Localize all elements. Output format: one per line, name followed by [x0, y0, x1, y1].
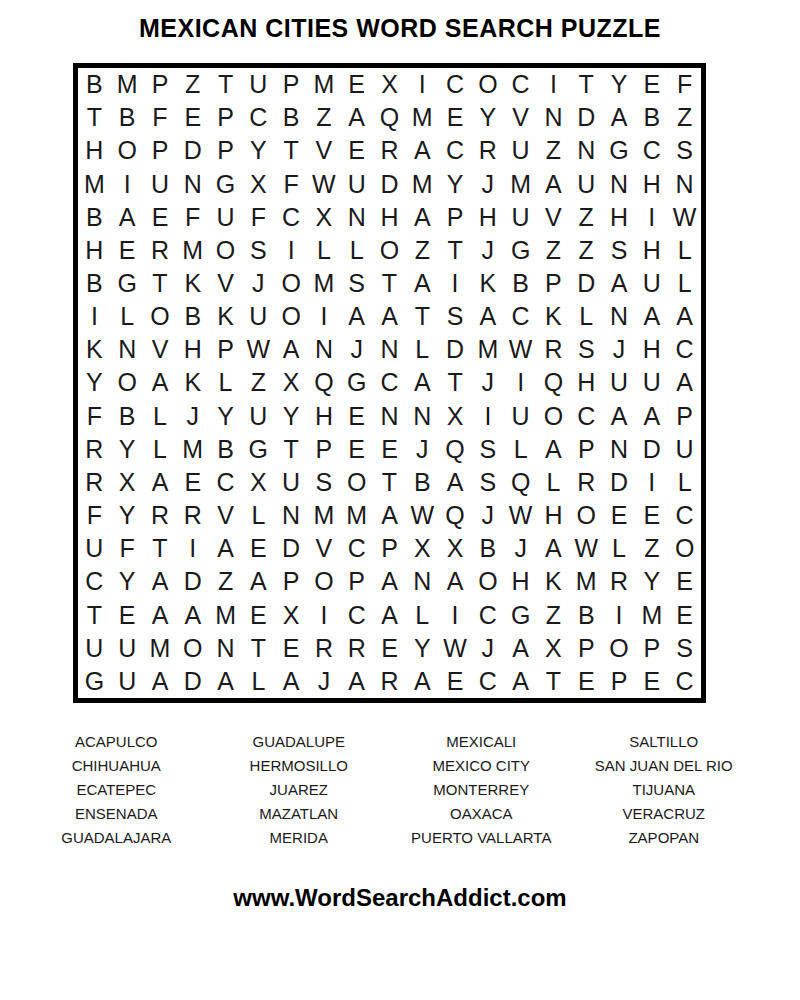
- grid-cell[interactable]: S: [439, 300, 472, 333]
- grid-cell[interactable]: T: [275, 433, 308, 466]
- grid-cell[interactable]: L: [668, 267, 701, 300]
- grid-cell[interactable]: A: [603, 400, 636, 433]
- grid-cell[interactable]: X: [275, 599, 308, 632]
- grid-cell[interactable]: U: [144, 167, 177, 200]
- grid-cell[interactable]: H: [176, 333, 209, 366]
- grid-cell[interactable]: K: [78, 333, 111, 366]
- grid-cell[interactable]: A: [635, 400, 668, 433]
- grid-cell[interactable]: M: [406, 167, 439, 200]
- grid-cell[interactable]: A: [504, 665, 537, 698]
- grid-cell[interactable]: E: [144, 201, 177, 234]
- grid-cell[interactable]: N: [275, 499, 308, 532]
- grid-cell[interactable]: G: [242, 433, 275, 466]
- grid-cell[interactable]: I: [635, 201, 668, 234]
- grid-cell[interactable]: S: [471, 433, 504, 466]
- grid-cell[interactable]: C: [340, 599, 373, 632]
- grid-cell[interactable]: P: [209, 101, 242, 134]
- grid-cell[interactable]: V: [209, 267, 242, 300]
- grid-cell[interactable]: N: [373, 333, 406, 366]
- grid-cell[interactable]: A: [406, 201, 439, 234]
- grid-cell[interactable]: A: [144, 665, 177, 698]
- grid-cell[interactable]: T: [406, 300, 439, 333]
- grid-cell[interactable]: I: [603, 599, 636, 632]
- grid-cell[interactable]: L: [603, 532, 636, 565]
- grid-cell[interactable]: H: [373, 201, 406, 234]
- grid-cell[interactable]: N: [373, 400, 406, 433]
- grid-cell[interactable]: A: [275, 665, 308, 698]
- grid-cell[interactable]: A: [176, 599, 209, 632]
- grid-cell[interactable]: X: [111, 466, 144, 499]
- grid-cell[interactable]: B: [111, 400, 144, 433]
- grid-cell[interactable]: R: [537, 333, 570, 366]
- grid-cell[interactable]: A: [340, 101, 373, 134]
- grid-cell[interactable]: D: [603, 466, 636, 499]
- grid-cell[interactable]: E: [439, 665, 472, 698]
- grid-cell[interactable]: F: [78, 499, 111, 532]
- grid-cell[interactable]: S: [340, 267, 373, 300]
- grid-cell[interactable]: R: [308, 632, 341, 665]
- grid-cell[interactable]: R: [373, 134, 406, 167]
- grid-cell[interactable]: H: [78, 134, 111, 167]
- grid-cell[interactable]: R: [373, 665, 406, 698]
- grid-cell[interactable]: J: [471, 499, 504, 532]
- grid-cell[interactable]: N: [603, 167, 636, 200]
- grid-cell[interactable]: Z: [570, 201, 603, 234]
- grid-cell[interactable]: N: [570, 134, 603, 167]
- grid-cell[interactable]: M: [176, 234, 209, 267]
- grid-cell[interactable]: X: [242, 466, 275, 499]
- grid-cell[interactable]: E: [603, 499, 636, 532]
- grid-cell[interactable]: E: [373, 433, 406, 466]
- grid-cell[interactable]: R: [144, 499, 177, 532]
- grid-cell[interactable]: X: [439, 532, 472, 565]
- grid-cell[interactable]: M: [504, 167, 537, 200]
- grid-cell[interactable]: J: [471, 632, 504, 665]
- grid-cell[interactable]: P: [373, 532, 406, 565]
- grid-cell[interactable]: O: [308, 565, 341, 598]
- grid-cell[interactable]: J: [603, 333, 636, 366]
- grid-cell[interactable]: A: [340, 665, 373, 698]
- grid-cell[interactable]: A: [144, 565, 177, 598]
- grid-cell[interactable]: B: [635, 101, 668, 134]
- grid-cell[interactable]: G: [504, 234, 537, 267]
- grid-cell[interactable]: E: [635, 499, 668, 532]
- grid-cell[interactable]: P: [209, 134, 242, 167]
- grid-cell[interactable]: Z: [209, 565, 242, 598]
- grid-cell[interactable]: I: [78, 300, 111, 333]
- grid-cell[interactable]: D: [275, 532, 308, 565]
- grid-cell[interactable]: A: [603, 101, 636, 134]
- grid-cell[interactable]: N: [209, 632, 242, 665]
- grid-cell[interactable]: A: [537, 167, 570, 200]
- grid-cell[interactable]: M: [209, 599, 242, 632]
- grid-cell[interactable]: R: [144, 234, 177, 267]
- grid-cell[interactable]: E: [242, 532, 275, 565]
- grid-cell[interactable]: A: [373, 499, 406, 532]
- grid-cell[interactable]: A: [373, 565, 406, 598]
- grid-cell[interactable]: R: [340, 632, 373, 665]
- grid-cell[interactable]: A: [471, 300, 504, 333]
- grid-cell[interactable]: A: [504, 632, 537, 665]
- grid-cell[interactable]: Z: [537, 234, 570, 267]
- grid-cell[interactable]: B: [209, 433, 242, 466]
- grid-cell[interactable]: C: [78, 565, 111, 598]
- grid-cell[interactable]: U: [275, 466, 308, 499]
- grid-cell[interactable]: C: [242, 101, 275, 134]
- grid-cell[interactable]: M: [176, 433, 209, 466]
- grid-cell[interactable]: E: [275, 632, 308, 665]
- grid-cell[interactable]: K: [176, 366, 209, 399]
- grid-cell[interactable]: I: [308, 599, 341, 632]
- grid-cell[interactable]: H: [537, 499, 570, 532]
- grid-cell[interactable]: C: [209, 466, 242, 499]
- grid-cell[interactable]: E: [439, 101, 472, 134]
- grid-cell[interactable]: O: [570, 499, 603, 532]
- grid-cell[interactable]: Y: [439, 167, 472, 200]
- grid-cell[interactable]: J: [308, 665, 341, 698]
- grid-cell[interactable]: P: [275, 68, 308, 101]
- grid-cell[interactable]: A: [668, 366, 701, 399]
- grid-cell[interactable]: C: [668, 333, 701, 366]
- grid-cell[interactable]: N: [668, 167, 701, 200]
- grid-cell[interactable]: P: [668, 400, 701, 433]
- grid-cell[interactable]: H: [471, 201, 504, 234]
- grid-cell[interactable]: V: [144, 333, 177, 366]
- grid-cell[interactable]: X: [242, 167, 275, 200]
- grid-cell[interactable]: E: [570, 665, 603, 698]
- grid-cell[interactable]: B: [504, 267, 537, 300]
- grid-cell[interactable]: D: [373, 167, 406, 200]
- grid-cell[interactable]: E: [668, 599, 701, 632]
- grid-cell[interactable]: S: [668, 134, 701, 167]
- grid-cell[interactable]: C: [471, 599, 504, 632]
- grid-cell[interactable]: A: [439, 466, 472, 499]
- grid-cell[interactable]: D: [635, 433, 668, 466]
- grid-cell[interactable]: P: [308, 433, 341, 466]
- grid-cell[interactable]: U: [635, 267, 668, 300]
- grid-cell[interactable]: E: [176, 101, 209, 134]
- grid-cell[interactable]: E: [340, 134, 373, 167]
- grid-cell[interactable]: M: [308, 68, 341, 101]
- grid-cell[interactable]: X: [537, 632, 570, 665]
- grid-cell[interactable]: I: [308, 300, 341, 333]
- grid-cell[interactable]: A: [406, 134, 439, 167]
- grid-cell[interactable]: P: [340, 565, 373, 598]
- grid-cell[interactable]: H: [635, 333, 668, 366]
- grid-cell[interactable]: L: [668, 234, 701, 267]
- grid-cell[interactable]: N: [406, 400, 439, 433]
- grid-cell[interactable]: T: [78, 599, 111, 632]
- grid-cell[interactable]: C: [373, 366, 406, 399]
- grid-cell[interactable]: H: [504, 565, 537, 598]
- grid-cell[interactable]: Y: [471, 101, 504, 134]
- grid-cell[interactable]: E: [176, 466, 209, 499]
- grid-cell[interactable]: V: [209, 499, 242, 532]
- grid-cell[interactable]: J: [504, 532, 537, 565]
- grid-cell[interactable]: U: [78, 632, 111, 665]
- grid-cell[interactable]: B: [78, 267, 111, 300]
- grid-cell[interactable]: Y: [406, 632, 439, 665]
- grid-cell[interactable]: Y: [275, 400, 308, 433]
- grid-cell[interactable]: R: [471, 134, 504, 167]
- grid-cell[interactable]: U: [504, 134, 537, 167]
- grid-cell[interactable]: L: [242, 665, 275, 698]
- grid-cell[interactable]: M: [144, 632, 177, 665]
- grid-cell[interactable]: B: [78, 68, 111, 101]
- grid-cell[interactable]: J: [176, 400, 209, 433]
- grid-cell[interactable]: H: [308, 400, 341, 433]
- grid-cell[interactable]: L: [537, 466, 570, 499]
- grid-cell[interactable]: N: [406, 565, 439, 598]
- grid-cell[interactable]: P: [439, 201, 472, 234]
- grid-cell[interactable]: M: [471, 333, 504, 366]
- grid-cell[interactable]: T: [144, 532, 177, 565]
- grid-cell[interactable]: Q: [439, 433, 472, 466]
- grid-cell[interactable]: B: [406, 466, 439, 499]
- grid-cell[interactable]: Y: [603, 68, 636, 101]
- grid-cell[interactable]: A: [373, 300, 406, 333]
- grid-cell[interactable]: A: [537, 532, 570, 565]
- grid-cell[interactable]: P: [275, 565, 308, 598]
- grid-cell[interactable]: Z: [570, 234, 603, 267]
- grid-cell[interactable]: U: [209, 201, 242, 234]
- grid-cell[interactable]: U: [603, 366, 636, 399]
- grid-cell[interactable]: U: [242, 400, 275, 433]
- grid-cell[interactable]: L: [308, 234, 341, 267]
- grid-cell[interactable]: P: [603, 665, 636, 698]
- grid-cell[interactable]: D: [570, 101, 603, 134]
- grid-cell[interactable]: G: [78, 665, 111, 698]
- grid-cell[interactable]: X: [406, 532, 439, 565]
- grid-cell[interactable]: A: [406, 267, 439, 300]
- grid-cell[interactable]: E: [635, 68, 668, 101]
- grid-cell[interactable]: M: [635, 599, 668, 632]
- grid-cell[interactable]: M: [111, 68, 144, 101]
- grid-cell[interactable]: W: [242, 333, 275, 366]
- grid-cell[interactable]: S: [668, 632, 701, 665]
- grid-cell[interactable]: T: [209, 68, 242, 101]
- grid-cell[interactable]: L: [504, 433, 537, 466]
- grid-cell[interactable]: A: [603, 267, 636, 300]
- grid-cell[interactable]: T: [537, 665, 570, 698]
- grid-cell[interactable]: L: [111, 300, 144, 333]
- grid-cell[interactable]: U: [504, 201, 537, 234]
- grid-cell[interactable]: W: [504, 499, 537, 532]
- grid-cell[interactable]: K: [471, 267, 504, 300]
- grid-cell[interactable]: T: [373, 267, 406, 300]
- grid-cell[interactable]: Q: [308, 366, 341, 399]
- grid-cell[interactable]: M: [308, 267, 341, 300]
- grid-cell[interactable]: T: [439, 366, 472, 399]
- grid-cell[interactable]: Y: [209, 400, 242, 433]
- grid-cell[interactable]: O: [471, 565, 504, 598]
- grid-cell[interactable]: E: [340, 433, 373, 466]
- grid-cell[interactable]: N: [603, 433, 636, 466]
- grid-cell[interactable]: C: [668, 665, 701, 698]
- grid-cell[interactable]: X: [373, 68, 406, 101]
- grid-cell[interactable]: A: [340, 300, 373, 333]
- grid-cell[interactable]: I: [537, 68, 570, 101]
- grid-cell[interactable]: B: [570, 599, 603, 632]
- grid-cell[interactable]: C: [340, 532, 373, 565]
- grid-cell[interactable]: J: [406, 433, 439, 466]
- grid-cell[interactable]: Z: [537, 599, 570, 632]
- grid-cell[interactable]: F: [176, 201, 209, 234]
- grid-cell[interactable]: G: [603, 134, 636, 167]
- grid-cell[interactable]: E: [242, 599, 275, 632]
- grid-cell[interactable]: Z: [176, 68, 209, 101]
- grid-cell[interactable]: Y: [111, 433, 144, 466]
- grid-cell[interactable]: K: [176, 267, 209, 300]
- grid-cell[interactable]: A: [635, 300, 668, 333]
- grid-cell[interactable]: V: [308, 134, 341, 167]
- grid-cell[interactable]: L: [242, 499, 275, 532]
- grid-cell[interactable]: A: [439, 565, 472, 598]
- grid-cell[interactable]: N: [340, 201, 373, 234]
- grid-cell[interactable]: H: [570, 366, 603, 399]
- grid-cell[interactable]: C: [504, 68, 537, 101]
- grid-cell[interactable]: F: [275, 167, 308, 200]
- grid-cell[interactable]: E: [373, 632, 406, 665]
- grid-cell[interactable]: O: [209, 234, 242, 267]
- grid-cell[interactable]: I: [111, 167, 144, 200]
- grid-cell[interactable]: B: [471, 532, 504, 565]
- grid-cell[interactable]: G: [111, 267, 144, 300]
- grid-cell[interactable]: O: [668, 532, 701, 565]
- grid-cell[interactable]: I: [635, 466, 668, 499]
- grid-cell[interactable]: I: [471, 400, 504, 433]
- grid-cell[interactable]: S: [308, 466, 341, 499]
- grid-cell[interactable]: C: [439, 134, 472, 167]
- grid-cell[interactable]: A: [144, 366, 177, 399]
- grid-cell[interactable]: Y: [111, 565, 144, 598]
- grid-cell[interactable]: P: [570, 433, 603, 466]
- grid-cell[interactable]: Z: [406, 234, 439, 267]
- grid-cell[interactable]: J: [471, 234, 504, 267]
- grid-cell[interactable]: P: [144, 134, 177, 167]
- grid-cell[interactable]: O: [111, 366, 144, 399]
- grid-cell[interactable]: X: [439, 400, 472, 433]
- grid-cell[interactable]: O: [176, 632, 209, 665]
- grid-cell[interactable]: A: [209, 532, 242, 565]
- grid-cell[interactable]: Y: [635, 565, 668, 598]
- grid-cell[interactable]: P: [570, 632, 603, 665]
- grid-cell[interactable]: H: [635, 167, 668, 200]
- grid-cell[interactable]: M: [340, 499, 373, 532]
- grid-cell[interactable]: S: [242, 234, 275, 267]
- grid-cell[interactable]: O: [144, 300, 177, 333]
- grid-cell[interactable]: E: [635, 665, 668, 698]
- grid-cell[interactable]: U: [242, 300, 275, 333]
- grid-cell[interactable]: E: [668, 565, 701, 598]
- grid-cell[interactable]: Q: [373, 101, 406, 134]
- grid-cell[interactable]: Z: [308, 101, 341, 134]
- grid-cell[interactable]: M: [570, 565, 603, 598]
- grid-cell[interactable]: M: [406, 101, 439, 134]
- grid-cell[interactable]: V: [537, 201, 570, 234]
- grid-cell[interactable]: F: [668, 68, 701, 101]
- grid-cell[interactable]: I: [439, 267, 472, 300]
- grid-cell[interactable]: L: [570, 300, 603, 333]
- grid-cell[interactable]: R: [603, 565, 636, 598]
- grid-cell[interactable]: C: [570, 400, 603, 433]
- grid-cell[interactable]: T: [373, 466, 406, 499]
- grid-cell[interactable]: O: [471, 68, 504, 101]
- grid-cell[interactable]: U: [78, 532, 111, 565]
- grid-cell[interactable]: A: [406, 665, 439, 698]
- grid-cell[interactable]: E: [340, 400, 373, 433]
- grid-cell[interactable]: O: [275, 300, 308, 333]
- grid-cell[interactable]: T: [275, 134, 308, 167]
- grid-cell[interactable]: D: [570, 267, 603, 300]
- grid-cell[interactable]: T: [144, 267, 177, 300]
- grid-cell[interactable]: I: [275, 234, 308, 267]
- grid-cell[interactable]: A: [406, 366, 439, 399]
- grid-cell[interactable]: D: [439, 333, 472, 366]
- grid-cell[interactable]: H: [603, 201, 636, 234]
- grid-cell[interactable]: U: [635, 366, 668, 399]
- grid-cell[interactable]: J: [471, 167, 504, 200]
- grid-cell[interactable]: M: [78, 167, 111, 200]
- grid-cell[interactable]: I: [439, 599, 472, 632]
- grid-cell[interactable]: G: [504, 599, 537, 632]
- grid-cell[interactable]: Q: [537, 366, 570, 399]
- grid-cell[interactable]: V: [504, 101, 537, 134]
- grid-cell[interactable]: Z: [668, 101, 701, 134]
- grid-cell[interactable]: O: [603, 632, 636, 665]
- grid-cell[interactable]: B: [176, 300, 209, 333]
- grid-cell[interactable]: J: [242, 267, 275, 300]
- grid-cell[interactable]: E: [111, 599, 144, 632]
- grid-cell[interactable]: L: [144, 400, 177, 433]
- grid-cell[interactable]: P: [144, 68, 177, 101]
- grid-cell[interactable]: E: [340, 68, 373, 101]
- grid-cell[interactable]: W: [308, 167, 341, 200]
- grid-cell[interactable]: W: [406, 499, 439, 532]
- grid-cell[interactable]: P: [635, 632, 668, 665]
- grid-cell[interactable]: C: [635, 134, 668, 167]
- grid-cell[interactable]: I: [406, 68, 439, 101]
- grid-cell[interactable]: U: [111, 665, 144, 698]
- grid-cell[interactable]: W: [504, 333, 537, 366]
- grid-cell[interactable]: Q: [504, 466, 537, 499]
- grid-cell[interactable]: S: [570, 333, 603, 366]
- grid-cell[interactable]: N: [111, 333, 144, 366]
- grid-cell[interactable]: M: [308, 499, 341, 532]
- grid-cell[interactable]: R: [570, 466, 603, 499]
- grid-cell[interactable]: S: [603, 234, 636, 267]
- grid-cell[interactable]: T: [439, 234, 472, 267]
- grid-cell[interactable]: U: [570, 167, 603, 200]
- grid-cell[interactable]: U: [340, 167, 373, 200]
- grid-cell[interactable]: P: [209, 333, 242, 366]
- grid-cell[interactable]: U: [504, 400, 537, 433]
- grid-cell[interactable]: B: [275, 101, 308, 134]
- grid-cell[interactable]: N: [603, 300, 636, 333]
- grid-cell[interactable]: A: [111, 201, 144, 234]
- grid-cell[interactable]: D: [176, 565, 209, 598]
- grid-cell[interactable]: T: [78, 101, 111, 134]
- grid-cell[interactable]: R: [176, 499, 209, 532]
- grid-cell[interactable]: F: [144, 101, 177, 134]
- grid-cell[interactable]: L: [406, 333, 439, 366]
- grid-cell[interactable]: X: [308, 201, 341, 234]
- grid-cell[interactable]: N: [176, 167, 209, 200]
- grid-cell[interactable]: L: [406, 599, 439, 632]
- grid-cell[interactable]: Y: [111, 499, 144, 532]
- grid-cell[interactable]: L: [209, 366, 242, 399]
- grid-cell[interactable]: U: [111, 632, 144, 665]
